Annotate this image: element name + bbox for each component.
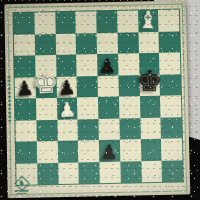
black-pawn[interactable]: ♟	[99, 55, 117, 75]
square-d8[interactable]	[75, 11, 96, 33]
square-d5[interactable]	[77, 76, 98, 98]
square-f8[interactable]	[117, 10, 138, 32]
square-e6[interactable]: ♟	[97, 54, 118, 76]
square-c3[interactable]	[57, 119, 78, 141]
square-e4[interactable]	[98, 97, 119, 119]
square-g2[interactable]	[140, 139, 161, 161]
square-a4[interactable]	[15, 98, 36, 120]
square-d4[interactable]	[77, 97, 98, 119]
square-h7[interactable]	[159, 31, 180, 53]
square-b3[interactable]	[36, 119, 57, 141]
square-f2[interactable]	[120, 139, 141, 161]
square-g5[interactable]: ♚	[139, 74, 160, 96]
square-f1[interactable]	[120, 161, 141, 183]
square-a7[interactable]	[14, 34, 35, 56]
square-d2[interactable]	[78, 140, 99, 162]
square-d3[interactable]	[78, 118, 99, 140]
square-h3[interactable]	[161, 117, 182, 139]
square-f6[interactable]	[118, 53, 139, 75]
square-g4[interactable]	[139, 96, 160, 118]
square-e7[interactable]	[97, 32, 118, 54]
square-f3[interactable]	[119, 118, 140, 140]
logo-text-line	[17, 192, 27, 194]
board-photo-scene: ♝♟♟♚♟♚♟♟ ♞	[0, 0, 200, 200]
square-c7[interactable]	[55, 33, 76, 55]
square-d7[interactable]	[76, 33, 97, 55]
square-b1[interactable]	[37, 162, 58, 184]
square-e8[interactable]	[96, 11, 117, 33]
square-d1[interactable]	[79, 162, 100, 184]
square-a2[interactable]	[16, 141, 37, 163]
board-logo: ♞	[12, 178, 30, 195]
square-c6[interactable]	[56, 55, 77, 77]
square-b4[interactable]	[36, 98, 57, 120]
square-b8[interactable]	[34, 12, 55, 34]
square-a3[interactable]	[15, 120, 36, 142]
logo-text-line	[15, 190, 29, 192]
square-g3[interactable]	[140, 117, 161, 139]
square-g8[interactable]: ♝	[138, 10, 159, 32]
square-b5[interactable]: ♚	[35, 76, 56, 98]
square-e1[interactable]	[99, 161, 120, 183]
chess-board: ♝♟♟♚♟♚♟♟ ♞	[4, 0, 190, 198]
border-print-text	[8, 76, 12, 122]
square-g1[interactable]	[141, 160, 162, 182]
white-bishop[interactable]: ♝	[137, 7, 159, 31]
square-h5[interactable]	[160, 74, 181, 96]
square-c2[interactable]	[57, 140, 78, 162]
square-h8[interactable]	[158, 10, 179, 32]
square-g7[interactable]	[138, 31, 159, 53]
square-h1[interactable]	[162, 160, 183, 182]
white-pawn[interactable]: ♟	[58, 99, 77, 120]
square-b7[interactable]	[35, 34, 56, 56]
square-e3[interactable]	[98, 118, 119, 140]
square-c8[interactable]	[55, 12, 76, 34]
square-d6[interactable]	[76, 54, 97, 76]
square-c4[interactable]: ♟	[56, 97, 77, 119]
board-grid: ♝♟♟♚♟♚♟♟	[12, 9, 184, 186]
square-b2[interactable]	[37, 141, 58, 163]
square-e5[interactable]	[98, 75, 119, 97]
square-f4[interactable]	[119, 96, 140, 118]
square-f7[interactable]	[117, 32, 138, 54]
black-pawn[interactable]: ♟	[100, 141, 118, 161]
white-king[interactable]: ♚	[32, 68, 60, 99]
black-pawn[interactable]: ♟	[57, 77, 76, 98]
square-e2[interactable]: ♟	[99, 140, 120, 162]
square-h4[interactable]	[160, 95, 181, 117]
square-a8[interactable]	[13, 13, 34, 35]
square-c1[interactable]	[58, 162, 79, 184]
black-king[interactable]: ♚	[136, 67, 163, 97]
square-c5[interactable]: ♟	[56, 76, 77, 98]
square-h2[interactable]	[161, 138, 182, 160]
knight-logo-glyph: ♞	[18, 180, 24, 187]
